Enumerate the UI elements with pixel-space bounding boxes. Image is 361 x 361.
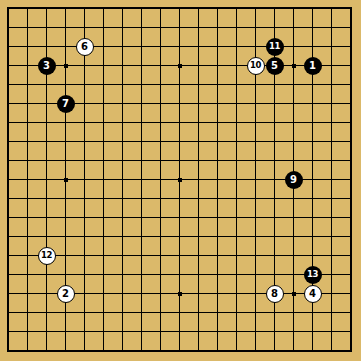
move-number: 6 (81, 42, 88, 52)
move-number: 11 (269, 42, 280, 51)
black-stone-1: 1 (304, 57, 322, 75)
move-number: 5 (271, 61, 278, 71)
board-point[interactable]: 1 (303, 56, 322, 75)
move-number: 2 (62, 289, 69, 299)
move-number: 3 (43, 61, 50, 71)
board-point[interactable]: 9 (284, 170, 303, 189)
board-point[interactable]: 8 (265, 284, 284, 303)
board-point[interactable]: 3 (37, 56, 56, 75)
move-number: 1 (309, 61, 316, 71)
move-number: 4 (309, 289, 316, 299)
board-point[interactable]: 7 (56, 94, 75, 113)
board-point[interactable]: 10 (246, 56, 265, 75)
board-point[interactable]: 4 (303, 284, 322, 303)
black-stone-3: 3 (38, 57, 56, 75)
move-number: 13 (307, 270, 318, 279)
white-stone-8: 8 (266, 285, 284, 303)
board-point[interactable]: 13 (303, 265, 322, 284)
move-number: 9 (290, 175, 297, 185)
move-number: 10 (250, 61, 261, 70)
go-board: 61131051791213284 (0, 0, 361, 361)
move-number: 7 (62, 99, 69, 109)
white-stone-6: 6 (76, 38, 94, 56)
board-point[interactable]: 6 (75, 37, 94, 56)
black-stone-5: 5 (266, 57, 284, 75)
black-stone-13: 13 (304, 266, 322, 284)
white-stone-2: 2 (57, 285, 75, 303)
board-point[interactable]: 5 (265, 56, 284, 75)
black-stone-11: 11 (266, 38, 284, 56)
black-stone-9: 9 (285, 171, 303, 189)
white-stone-4: 4 (304, 285, 322, 303)
black-stone-7: 7 (57, 95, 75, 113)
board-point[interactable]: 11 (265, 37, 284, 56)
board-point[interactable]: 2 (56, 284, 75, 303)
board-point[interactable]: 12 (37, 246, 56, 265)
white-stone-12: 12 (38, 247, 56, 265)
white-stone-10: 10 (247, 57, 265, 75)
move-number: 8 (271, 289, 278, 299)
move-number: 12 (41, 251, 52, 260)
